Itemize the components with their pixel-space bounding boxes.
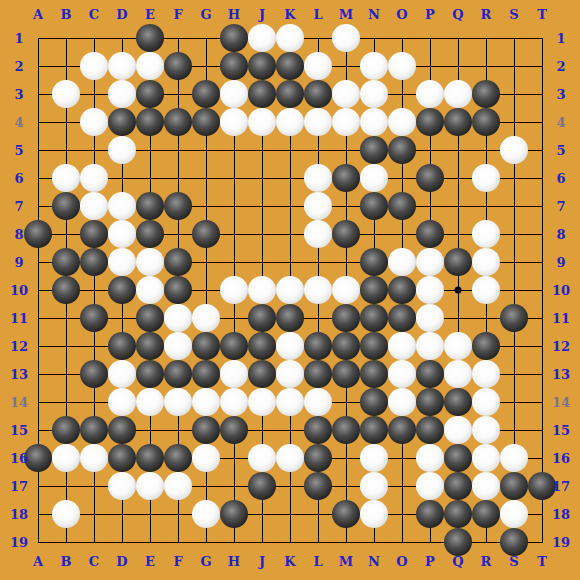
col-label-top-B: B: [61, 8, 72, 21]
stone-black-R4: [472, 108, 500, 136]
stone-white-P10: [416, 276, 444, 304]
stone-black-M15: [332, 416, 360, 444]
stone-black-J12: [248, 332, 276, 360]
stone-white-B6: [52, 164, 80, 192]
stone-white-D8: [108, 220, 136, 248]
stone-black-F9: [164, 248, 192, 276]
row-label-left-3: 3: [14, 88, 23, 101]
stone-white-C2: [80, 52, 108, 80]
row-label-left-16: 16: [10, 452, 28, 465]
stone-white-H3: [220, 80, 248, 108]
stone-white-M4: [332, 108, 360, 136]
stone-white-G14: [192, 388, 220, 416]
stone-black-D10: [108, 276, 136, 304]
row-label-left-1: 1: [14, 32, 23, 45]
row-label-left-9: 9: [14, 256, 23, 269]
stone-white-D14: [108, 388, 136, 416]
stone-black-L16: [304, 444, 332, 472]
stone-white-K14: [276, 388, 304, 416]
stone-black-J13: [248, 360, 276, 388]
stone-white-H4: [220, 108, 248, 136]
stone-black-G8: [192, 220, 220, 248]
stone-white-F17: [164, 472, 192, 500]
row-label-right-3: 3: [556, 88, 565, 101]
stone-black-L12: [304, 332, 332, 360]
col-label-top-F: F: [173, 8, 182, 21]
stone-black-E12: [136, 332, 164, 360]
stone-white-G11: [192, 304, 220, 332]
stone-black-O5: [388, 136, 416, 164]
stone-white-Q3: [444, 80, 472, 108]
row-label-right-7: 7: [556, 200, 565, 213]
stone-white-B3: [52, 80, 80, 108]
stone-black-Q14: [444, 388, 472, 416]
row-label-left-5: 5: [14, 144, 23, 157]
col-label-bottom-G: G: [200, 555, 211, 568]
stone-black-J3: [248, 80, 276, 108]
row-label-right-8: 8: [556, 228, 565, 241]
stone-black-Q16: [444, 444, 472, 472]
stone-white-G18: [192, 500, 220, 528]
stone-white-R8: [472, 220, 500, 248]
stone-black-S11: [500, 304, 528, 332]
col-label-top-A: A: [33, 8, 43, 21]
stone-white-J4: [248, 108, 276, 136]
stone-black-F13: [164, 360, 192, 388]
col-label-bottom-B: B: [61, 555, 72, 568]
stone-white-E14: [136, 388, 164, 416]
row-label-left-17: 17: [10, 480, 28, 493]
col-label-top-G: G: [200, 8, 211, 21]
stone-white-D9: [108, 248, 136, 276]
stone-white-K10: [276, 276, 304, 304]
stone-white-N16: [360, 444, 388, 472]
stone-white-N2: [360, 52, 388, 80]
stone-black-P8: [416, 220, 444, 248]
stone-white-N18: [360, 500, 388, 528]
stone-black-M13: [332, 360, 360, 388]
stone-white-L10: [304, 276, 332, 304]
stone-black-C15: [80, 416, 108, 444]
stone-black-H12: [220, 332, 248, 360]
col-label-top-P: P: [425, 8, 435, 21]
row-label-right-15: 15: [552, 424, 570, 437]
stone-black-Q18: [444, 500, 472, 528]
row-label-left-10: 10: [10, 284, 28, 297]
row-label-right-11: 11: [552, 312, 570, 325]
col-label-top-M: M: [339, 8, 353, 21]
stone-white-S16: [500, 444, 528, 472]
stone-black-K2: [276, 52, 304, 80]
stone-white-D7: [108, 192, 136, 220]
stone-black-N11: [360, 304, 388, 332]
stone-black-B9: [52, 248, 80, 276]
stone-black-J11: [248, 304, 276, 332]
stone-white-E2: [136, 52, 164, 80]
row-label-left-4: 4: [14, 116, 23, 129]
stone-black-F10: [164, 276, 192, 304]
stone-white-F12: [164, 332, 192, 360]
col-label-top-N: N: [368, 8, 380, 21]
stone-white-D5: [108, 136, 136, 164]
row-label-left-6: 6: [14, 172, 23, 185]
stone-black-E8: [136, 220, 164, 248]
stone-black-P18: [416, 500, 444, 528]
go-board[interactable]: [38, 38, 543, 543]
col-label-bottom-K: K: [284, 555, 295, 568]
col-label-bottom-L: L: [313, 555, 322, 568]
stone-white-O4: [388, 108, 416, 136]
stone-black-E3: [136, 80, 164, 108]
col-label-top-L: L: [313, 8, 322, 21]
row-label-left-12: 12: [10, 340, 28, 353]
stone-white-P3: [416, 80, 444, 108]
stone-black-P13: [416, 360, 444, 388]
stone-white-N17: [360, 472, 388, 500]
stone-black-E16: [136, 444, 164, 472]
stone-white-O14: [388, 388, 416, 416]
stone-black-M12: [332, 332, 360, 360]
stone-black-L3: [304, 80, 332, 108]
row-label-right-5: 5: [556, 144, 565, 157]
hoshi-point-Q10: [455, 287, 462, 294]
stone-black-E11: [136, 304, 164, 332]
stone-black-N9: [360, 248, 388, 276]
stone-black-M11: [332, 304, 360, 332]
stone-white-Q13: [444, 360, 472, 388]
col-label-top-K: K: [284, 8, 295, 21]
stone-black-B15: [52, 416, 80, 444]
stone-black-Q9: [444, 248, 472, 276]
stone-black-L13: [304, 360, 332, 388]
row-label-left-19: 19: [10, 536, 28, 549]
stone-white-P12: [416, 332, 444, 360]
stone-white-Q12: [444, 332, 472, 360]
stone-white-B18: [52, 500, 80, 528]
stone-white-R14: [472, 388, 500, 416]
stone-black-E4: [136, 108, 164, 136]
stone-black-R12: [472, 332, 500, 360]
stone-white-R13: [472, 360, 500, 388]
stone-black-G15: [192, 416, 220, 444]
stone-white-L4: [304, 108, 332, 136]
row-label-left-2: 2: [14, 60, 23, 73]
row-label-left-15: 15: [10, 424, 28, 437]
stone-white-L2: [304, 52, 332, 80]
stone-white-H10: [220, 276, 248, 304]
stone-white-O13: [388, 360, 416, 388]
stone-black-B10: [52, 276, 80, 304]
col-label-bottom-O: O: [396, 555, 407, 568]
stone-black-C8: [80, 220, 108, 248]
stone-black-A8: [24, 220, 52, 248]
col-label-bottom-S: S: [509, 555, 518, 568]
stone-black-P6: [416, 164, 444, 192]
col-label-top-T: T: [537, 8, 547, 21]
col-label-bottom-T: T: [537, 555, 547, 568]
stone-black-N15: [360, 416, 388, 444]
stone-black-H1: [220, 24, 248, 52]
stone-white-D17: [108, 472, 136, 500]
row-label-left-14: 14: [10, 396, 28, 409]
stone-black-N13: [360, 360, 388, 388]
stone-black-O11: [388, 304, 416, 332]
stone-black-C13: [80, 360, 108, 388]
col-label-bottom-M: M: [339, 555, 353, 568]
stone-white-R17: [472, 472, 500, 500]
col-label-bottom-D: D: [116, 555, 127, 568]
row-label-right-6: 6: [556, 172, 565, 185]
stone-black-P4: [416, 108, 444, 136]
stone-black-G12: [192, 332, 220, 360]
stone-black-J2: [248, 52, 276, 80]
stone-white-C6: [80, 164, 108, 192]
stone-white-J1: [248, 24, 276, 52]
stone-white-C16: [80, 444, 108, 472]
stone-white-N4: [360, 108, 388, 136]
stone-white-D2: [108, 52, 136, 80]
row-label-right-17: 17: [552, 480, 570, 493]
col-label-bottom-R: R: [481, 555, 492, 568]
stone-black-G4: [192, 108, 220, 136]
stone-white-K12: [276, 332, 304, 360]
stone-black-F7: [164, 192, 192, 220]
stone-white-R10: [472, 276, 500, 304]
stone-white-R15: [472, 416, 500, 444]
stone-black-N7: [360, 192, 388, 220]
row-label-left-18: 18: [10, 508, 28, 521]
stone-white-N6: [360, 164, 388, 192]
col-label-bottom-P: P: [425, 555, 435, 568]
row-label-right-16: 16: [552, 452, 570, 465]
stone-white-K4: [276, 108, 304, 136]
stone-black-H18: [220, 500, 248, 528]
col-label-bottom-J: J: [259, 555, 265, 568]
stone-white-E9: [136, 248, 164, 276]
grid-line-vertical: [542, 38, 543, 543]
stone-black-R3: [472, 80, 500, 108]
stone-white-S5: [500, 136, 528, 164]
stone-white-L14: [304, 388, 332, 416]
row-label-right-4: 4: [556, 116, 565, 129]
row-label-left-8: 8: [14, 228, 23, 241]
stone-black-Q19: [444, 528, 472, 556]
stone-white-L8: [304, 220, 332, 248]
stone-white-H13: [220, 360, 248, 388]
stone-black-F4: [164, 108, 192, 136]
stone-black-S19: [500, 528, 528, 556]
stone-white-B16: [52, 444, 80, 472]
stone-white-L6: [304, 164, 332, 192]
stone-white-P16: [416, 444, 444, 472]
row-label-right-14: 14: [552, 396, 570, 409]
col-label-bottom-F: F: [173, 555, 182, 568]
stone-black-D12: [108, 332, 136, 360]
row-label-right-18: 18: [552, 508, 570, 521]
row-label-left-7: 7: [14, 200, 23, 213]
stone-black-C9: [80, 248, 108, 276]
stone-black-N12: [360, 332, 388, 360]
stone-black-P14: [416, 388, 444, 416]
col-label-bottom-H: H: [228, 555, 240, 568]
stone-white-K1: [276, 24, 304, 52]
row-label-left-13: 13: [10, 368, 28, 381]
row-label-right-1: 1: [556, 32, 565, 45]
stone-white-M1: [332, 24, 360, 52]
stone-black-N5: [360, 136, 388, 164]
stone-white-L7: [304, 192, 332, 220]
stone-black-F2: [164, 52, 192, 80]
stone-black-H15: [220, 416, 248, 444]
stone-black-L15: [304, 416, 332, 444]
stone-black-N10: [360, 276, 388, 304]
stone-white-O2: [388, 52, 416, 80]
stone-black-N14: [360, 388, 388, 416]
stone-white-E10: [136, 276, 164, 304]
col-label-top-S: S: [509, 8, 518, 21]
stone-white-D13: [108, 360, 136, 388]
stone-white-D3: [108, 80, 136, 108]
stone-black-D4: [108, 108, 136, 136]
row-label-right-2: 2: [556, 60, 565, 73]
col-label-top-H: H: [228, 8, 240, 21]
stone-white-F11: [164, 304, 192, 332]
stone-white-P9: [416, 248, 444, 276]
stone-black-J17: [248, 472, 276, 500]
col-label-bottom-Q: Q: [452, 555, 463, 568]
stone-black-D15: [108, 416, 136, 444]
stone-black-D16: [108, 444, 136, 472]
stone-white-O12: [388, 332, 416, 360]
col-label-top-J: J: [259, 8, 265, 21]
stone-white-J14: [248, 388, 276, 416]
stone-black-G13: [192, 360, 220, 388]
row-label-right-10: 10: [552, 284, 570, 297]
stone-black-P15: [416, 416, 444, 444]
stone-black-M8: [332, 220, 360, 248]
row-label-right-13: 13: [552, 368, 570, 381]
stone-white-K16: [276, 444, 304, 472]
stone-white-Q15: [444, 416, 472, 444]
stone-white-K13: [276, 360, 304, 388]
col-label-bottom-A: A: [33, 555, 43, 568]
stone-black-E1: [136, 24, 164, 52]
row-label-right-12: 12: [552, 340, 570, 353]
stone-black-K3: [276, 80, 304, 108]
stone-black-Q4: [444, 108, 472, 136]
stone-black-M6: [332, 164, 360, 192]
row-label-left-11: 11: [10, 312, 28, 325]
stone-black-H2: [220, 52, 248, 80]
stone-white-C4: [80, 108, 108, 136]
stone-white-F14: [164, 388, 192, 416]
stone-white-P11: [416, 304, 444, 332]
col-label-top-E: E: [145, 8, 155, 21]
col-label-bottom-E: E: [145, 555, 155, 568]
stone-white-G16: [192, 444, 220, 472]
col-label-bottom-N: N: [368, 555, 380, 568]
stone-white-O9: [388, 248, 416, 276]
stone-white-M10: [332, 276, 360, 304]
stone-black-M18: [332, 500, 360, 528]
stone-white-J16: [248, 444, 276, 472]
stone-black-Q17: [444, 472, 472, 500]
stone-black-O10: [388, 276, 416, 304]
stone-white-N3: [360, 80, 388, 108]
row-label-right-19: 19: [552, 536, 570, 549]
stone-white-H14: [220, 388, 248, 416]
stone-white-R6: [472, 164, 500, 192]
stone-black-B7: [52, 192, 80, 220]
col-label-bottom-C: C: [89, 555, 99, 568]
stone-white-M3: [332, 80, 360, 108]
stone-black-E13: [136, 360, 164, 388]
stone-white-R16: [472, 444, 500, 472]
stone-white-E17: [136, 472, 164, 500]
col-label-top-R: R: [481, 8, 492, 21]
col-label-top-O: O: [396, 8, 407, 21]
stone-white-P17: [416, 472, 444, 500]
stone-black-L17: [304, 472, 332, 500]
stone-white-S18: [500, 500, 528, 528]
row-label-right-9: 9: [556, 256, 565, 269]
col-label-top-Q: Q: [452, 8, 463, 21]
stone-black-K11: [276, 304, 304, 332]
col-label-top-C: C: [89, 8, 99, 21]
stone-black-G3: [192, 80, 220, 108]
stone-black-F16: [164, 444, 192, 472]
stone-black-C11: [80, 304, 108, 332]
stone-black-O7: [388, 192, 416, 220]
stone-black-S17: [500, 472, 528, 500]
stone-black-R18: [472, 500, 500, 528]
col-label-top-D: D: [116, 8, 127, 21]
stone-white-C7: [80, 192, 108, 220]
stone-white-J10: [248, 276, 276, 304]
go-board-screen: AABBCCDDEEFFGGHHJJKKLLMMNNOOPPQQRRSSTT11…: [0, 0, 580, 580]
stone-black-A16: [24, 444, 52, 472]
stone-black-E7: [136, 192, 164, 220]
stone-white-R9: [472, 248, 500, 276]
stone-black-O15: [388, 416, 416, 444]
